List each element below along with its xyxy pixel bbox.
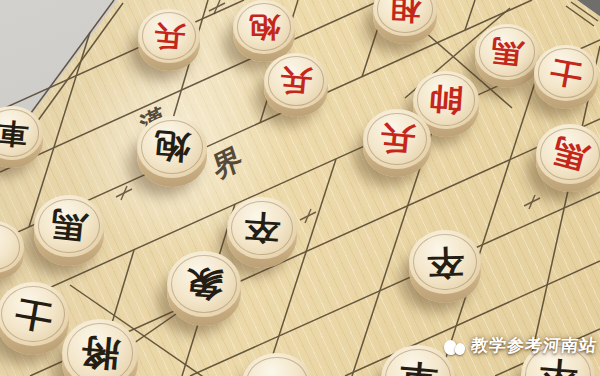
piece-character: 炮 (249, 13, 280, 41)
piece-black-general-partial[interactable]: 將 (62, 319, 138, 376)
piece-face: 士 (534, 45, 598, 101)
piece-face: 兵 (264, 53, 328, 109)
piece-character: 車 (398, 359, 439, 376)
piece-character: 馬 (549, 134, 591, 173)
piece-red-cannon[interactable]: 炮 (233, 0, 295, 54)
piece-black-chariot-left-partial[interactable]: 車 (0, 106, 43, 160)
piece-piece-rim-bottom[interactable] (242, 353, 312, 376)
piece-black-elephant[interactable]: 象 (167, 251, 241, 317)
piece-character: 車 (0, 118, 29, 148)
piece-black-soldier-1[interactable]: 卒 (227, 197, 297, 259)
piece-character: 士 (548, 56, 585, 90)
piece-face: 將 (62, 319, 138, 376)
piece-face: 馬 (536, 124, 600, 184)
piece-face: 炮 (137, 116, 207, 178)
piece-character: 馬 (49, 208, 88, 244)
piece-red-elephant-partial[interactable]: 相 (373, 0, 437, 36)
piece-character: 馬 (490, 36, 525, 68)
piece-character: 相 (389, 0, 421, 23)
piece-red-horse-2[interactable]: 馬 (536, 124, 600, 184)
piece-character: 卒 (426, 245, 464, 280)
piece-face: 炮 (233, 0, 295, 54)
watermark: 教学参考河南站 (444, 334, 597, 357)
piece-character: 兵 (378, 122, 416, 156)
piece-face: 兵 (363, 109, 431, 169)
piece-face: 馬 (475, 24, 539, 80)
piece-red-soldier-2[interactable]: 兵 (264, 53, 328, 109)
piece-character: 炮 (153, 129, 192, 164)
penguin-logo-icon (444, 336, 466, 356)
piece-red-soldier-1[interactable]: 兵 (138, 9, 200, 63)
piece-piece-rim-left[interactable] (0, 221, 24, 273)
piece-face (242, 353, 312, 376)
piece-character: 卒 (538, 356, 579, 376)
piece-red-advisor[interactable]: 士 (534, 45, 598, 101)
xiangqi-photo-scene: 界 漢 兵炮兵相馬士帥兵馬炮馬卒象士將卒車車卒 教学参考河南站 (0, 0, 600, 376)
piece-face: 士 (0, 282, 69, 346)
piece-black-horse[interactable]: 馬 (34, 195, 104, 257)
piece-black-cannon[interactable]: 炮 (137, 116, 207, 178)
piece-black-advisor[interactable]: 士 (0, 282, 69, 346)
piece-face: 馬 (34, 195, 104, 257)
piece-red-soldier-3[interactable]: 兵 (363, 109, 431, 169)
piece-black-soldier-2[interactable]: 卒 (409, 230, 481, 294)
piece-face: 卒 (227, 197, 297, 259)
piece-character: 兵 (152, 21, 185, 51)
piece-character: 象 (184, 265, 225, 302)
piece-character: 卒 (243, 211, 281, 246)
piece-character: 兵 (279, 65, 313, 96)
piece-character: 士 (12, 294, 54, 333)
piece-character: 將 (79, 334, 121, 372)
piece-face: 卒 (409, 230, 481, 294)
piece-face: 象 (167, 251, 241, 317)
watermark-text: 教学参考河南站 (470, 334, 598, 357)
piece-red-horse-1[interactable]: 馬 (475, 24, 539, 80)
piece-face: 兵 (138, 9, 200, 63)
piece-character: 帥 (428, 84, 464, 117)
